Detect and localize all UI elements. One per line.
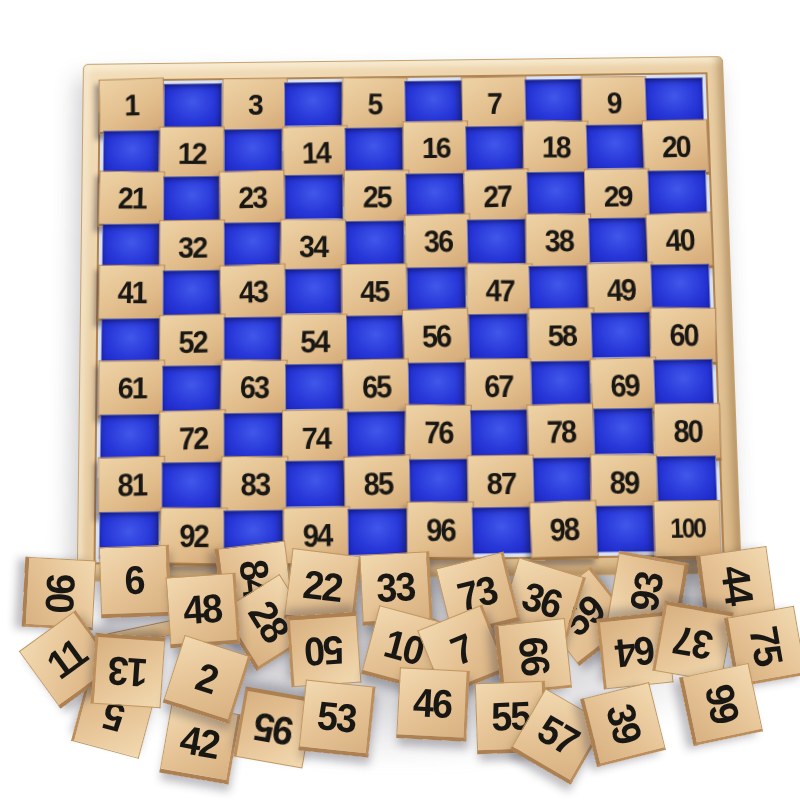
board-cell-r4c2: 32 — [163, 223, 222, 269]
tile-number-label: 7 — [487, 88, 502, 118]
board-cell-r10c10: 100 — [658, 504, 720, 552]
tile-number-label: 85 — [363, 467, 392, 500]
board-cell-r7c4 — [285, 363, 345, 410]
tile-number-label: 52 — [178, 326, 206, 358]
board-cell-r8c4: 74 — [285, 412, 345, 459]
tile-number-label: 41 — [117, 277, 146, 308]
board-cell-r9c3: 83 — [223, 461, 283, 508]
board-cell-r6c10: 60 — [652, 311, 713, 357]
board-cell-r6c1 — [101, 318, 161, 364]
tile-number-label: 3 — [248, 89, 262, 119]
tile-number-label: 58 — [547, 320, 576, 351]
tile-number-label: 80 — [673, 415, 702, 447]
board-cell-r4c7 — [467, 219, 527, 265]
tile-number-label: 43 — [238, 276, 267, 308]
tile-number-label: 39 — [600, 700, 648, 747]
tile-number-label: 89 — [609, 466, 638, 498]
board-cell-r9c7: 87 — [471, 458, 532, 505]
tile-number-label: 21 — [117, 183, 146, 214]
tile-number-label: 5 — [368, 89, 382, 119]
tile-number-label: 83 — [240, 468, 269, 500]
loose-tile-48[interactable]: 48 — [166, 573, 241, 649]
board-cell-r6c2: 52 — [162, 317, 221, 363]
board-cell-r5c5: 45 — [346, 267, 405, 313]
number-tile-87[interactable]: 87 — [467, 454, 535, 513]
board-cell-r1c1: 1 — [103, 84, 162, 129]
board-cell-r7c3: 63 — [224, 364, 284, 411]
tile-number-label: 81 — [117, 468, 146, 501]
tile-number-label: 53 — [315, 695, 357, 739]
board-cell-r5c6 — [407, 267, 467, 313]
board-cell-r8c7 — [470, 409, 531, 456]
board-cell-r2c5 — [345, 127, 404, 172]
tile-number-label: 13 — [109, 651, 150, 694]
tile-number-label: 98 — [549, 513, 579, 546]
number-tile-40[interactable]: 40 — [645, 212, 714, 270]
number-tile-100[interactable]: 100 — [653, 500, 722, 560]
board-cell-r5c2 — [162, 270, 221, 316]
board-cell-r5c7: 47 — [467, 266, 527, 312]
number-tile-25[interactable]: 25 — [344, 170, 410, 226]
board-cell-r3c4 — [284, 174, 343, 219]
tile-number-label: 95 — [253, 706, 297, 752]
board-cell-r10c8: 98 — [534, 506, 595, 554]
number-tile-43[interactable]: 43 — [219, 263, 286, 322]
tile-number-label: 40 — [665, 224, 695, 256]
board-cell-r9c4 — [285, 460, 345, 507]
board-cell-r2c7 — [465, 126, 524, 171]
board-cell-r8c1 — [100, 414, 160, 461]
tile-number-label: 54 — [300, 326, 328, 357]
board-cell-r6c7 — [468, 313, 528, 359]
number-tile-52[interactable]: 52 — [159, 314, 226, 373]
board-cell-r8c9 — [593, 408, 654, 455]
tile-number-label: 61 — [117, 372, 146, 404]
tile-number-label: 66 — [513, 634, 557, 676]
board-cell-r1c2 — [164, 83, 222, 128]
board-cell-r3c5: 25 — [345, 174, 404, 219]
tile-number-label: 33 — [375, 566, 415, 608]
board-cell-r1c3: 3 — [224, 82, 282, 127]
number-tile-63[interactable]: 63 — [220, 359, 288, 417]
tile-number-label: 76 — [424, 416, 453, 448]
tile-number-label: 29 — [603, 180, 632, 211]
number-tile-9[interactable]: 9 — [581, 76, 647, 131]
board-cell-r9c1: 81 — [99, 462, 159, 509]
tile-number-label: 48 — [182, 588, 223, 631]
board-cell-r3c6 — [405, 173, 464, 218]
board-cell-r2c3 — [224, 129, 283, 174]
tile-number-label: 56 — [421, 320, 450, 352]
tile-number-label: 6 — [124, 560, 144, 601]
board-cell-r6c6: 56 — [407, 314, 467, 360]
number-tile-45[interactable]: 45 — [341, 263, 408, 321]
board-cell-r6c3 — [224, 316, 283, 362]
board-cell-r9c8 — [533, 457, 594, 504]
board-cell-r7c2 — [162, 365, 222, 412]
board-cell-r4c5 — [345, 220, 404, 266]
number-tile-98[interactable]: 98 — [529, 500, 599, 561]
hundred-board-grid: 1357912141618202123252729323436384041434… — [93, 72, 724, 564]
tile-number-label: 12 — [177, 138, 205, 168]
board-cell-r7c7: 67 — [469, 361, 529, 408]
board-cell-r7c10 — [653, 359, 714, 406]
tile-number-label: 50 — [305, 630, 346, 673]
loose-tile-99[interactable]: 99 — [679, 663, 763, 746]
board-cell-r3c8 — [526, 171, 586, 216]
number-tile-21[interactable]: 21 — [98, 171, 165, 228]
tile-number-label: 34 — [299, 231, 327, 262]
board-cell-r6c4: 54 — [285, 316, 344, 362]
number-tile-32[interactable]: 32 — [159, 219, 225, 276]
tile-number-label: 65 — [361, 371, 390, 403]
board-cell-r9c9: 89 — [594, 456, 655, 503]
board-cell-r4c1 — [102, 223, 161, 269]
board-cell-r5c10 — [650, 264, 710, 310]
board-cell-r2c4: 14 — [284, 128, 343, 173]
tile-number-label: 74 — [301, 422, 330, 454]
tile-number-label: 23 — [238, 182, 266, 213]
loose-tile-53[interactable]: 53 — [298, 680, 375, 758]
number-tile-76[interactable]: 76 — [404, 404, 471, 463]
number-tile-58[interactable]: 58 — [528, 307, 596, 365]
board-cell-r2c2: 12 — [163, 129, 222, 174]
board-cell-r7c8 — [530, 360, 591, 407]
board-cell-r3c1: 21 — [102, 177, 161, 222]
number-tile-65[interactable]: 65 — [342, 358, 410, 417]
board-cell-r6c9 — [591, 312, 651, 358]
tile-number-label: 78 — [546, 415, 575, 447]
tile-number-label: 36 — [517, 575, 565, 624]
tile-number-label: 72 — [178, 422, 207, 455]
tile-number-label: 100 — [669, 515, 705, 542]
number-tile-78[interactable]: 78 — [526, 403, 595, 462]
number-tile-56[interactable]: 56 — [402, 307, 470, 366]
board-cell-r4c10: 40 — [649, 217, 709, 263]
tile-number-label: 57 — [531, 708, 584, 762]
board-cell-r1c4 — [284, 82, 342, 127]
board-cell-r4c6: 36 — [406, 220, 465, 266]
board-cell-r2c10: 20 — [646, 123, 706, 168]
tile-number-label: 25 — [363, 181, 391, 212]
number-tile-80[interactable]: 80 — [653, 403, 721, 461]
loose-tile-13[interactable]: 13 — [91, 633, 166, 709]
board-cell-r7c6 — [408, 362, 468, 409]
loose-tile-6[interactable]: 6 — [99, 545, 171, 618]
tile-number-label: 49 — [606, 274, 635, 306]
board-cell-r8c5 — [347, 411, 407, 458]
number-tile-41[interactable]: 41 — [98, 265, 165, 322]
board-cell-r10c9 — [596, 505, 657, 553]
tile-number-label: 11 — [40, 632, 93, 686]
board-cell-r3c9: 29 — [587, 171, 647, 216]
board-cell-r2c6: 16 — [405, 126, 464, 171]
tile-number-label: 45 — [360, 275, 388, 306]
board-cell-r5c1: 41 — [101, 270, 160, 316]
number-tile-27[interactable]: 27 — [463, 168, 531, 226]
number-tile-1[interactable]: 1 — [99, 77, 165, 134]
number-tile-16[interactable]: 16 — [403, 120, 469, 176]
board-cell-r1c6 — [404, 80, 463, 125]
tile-number-label: 7 — [445, 627, 478, 671]
tile-number-label: 20 — [661, 131, 690, 162]
board-cell-r10c6: 96 — [410, 507, 471, 555]
loose-tile-50[interactable]: 50 — [287, 612, 362, 688]
board-cell-r2c9 — [586, 124, 646, 169]
tile-number-label: 60 — [669, 319, 698, 350]
board-cell-r9c6 — [409, 458, 470, 505]
board-cell-r8c6: 76 — [408, 410, 468, 457]
number-tile-81[interactable]: 81 — [98, 456, 165, 516]
tile-number-label: 47 — [485, 275, 513, 306]
tile-number-label: 42 — [177, 719, 221, 765]
number-tile-12[interactable]: 12 — [158, 126, 224, 182]
number-tile-47[interactable]: 47 — [466, 263, 532, 320]
board-cell-r10c7 — [472, 507, 533, 555]
board-cell-r4c8: 38 — [527, 218, 587, 264]
board-cell-r9c5: 85 — [347, 459, 407, 506]
board-cell-r1c7: 7 — [464, 79, 523, 124]
board-cell-r1c9: 9 — [585, 78, 644, 123]
board-cell-r4c9 — [588, 217, 648, 263]
tile-number-label: 27 — [482, 180, 511, 211]
tile-number-label: 99 — [699, 680, 746, 726]
board-cell-r3c7: 27 — [466, 172, 525, 217]
board-cell-r10c5 — [347, 508, 408, 556]
number-tile-20[interactable]: 20 — [642, 119, 710, 176]
tile-number-label: 67 — [484, 370, 513, 401]
tile-number-label: 94 — [302, 519, 331, 552]
tile-number-label: 16 — [421, 132, 449, 163]
number-tile-67[interactable]: 67 — [465, 358, 532, 416]
number-tile-23[interactable]: 23 — [219, 170, 285, 227]
board-cell-r7c5: 65 — [346, 363, 406, 410]
board-cell-r9c2 — [161, 462, 221, 509]
board-cell-r3c10 — [647, 170, 707, 215]
tile-number-label: 87 — [486, 467, 515, 499]
number-tile-3[interactable]: 3 — [222, 77, 287, 133]
board-cell-r5c3: 43 — [224, 269, 283, 315]
number-tile-54[interactable]: 54 — [281, 314, 348, 371]
loose-tile-90[interactable]: 90 — [22, 557, 97, 631]
number-tile-85[interactable]: 85 — [343, 454, 412, 515]
board-cell-r3c3: 23 — [224, 175, 283, 220]
tile-number-label: 2 — [191, 656, 221, 700]
number-tile-18[interactable]: 18 — [523, 120, 589, 176]
board-cell-r1c5: 5 — [344, 81, 403, 126]
tile-number-label: 32 — [178, 231, 206, 262]
board-cell-r2c1 — [103, 130, 162, 175]
board-cell-r8c3 — [223, 412, 283, 459]
number-tile-60[interactable]: 60 — [650, 307, 717, 365]
tile-number-label: 1 — [124, 90, 138, 121]
board-cell-r4c4: 34 — [285, 221, 344, 267]
hundred-board-frame: 1357912141618202123252729323436384041434… — [77, 56, 742, 582]
board-cell-r7c1: 61 — [100, 366, 160, 413]
tile-number-label: 18 — [542, 132, 570, 163]
board-cell-r5c8 — [528, 265, 588, 311]
tile-number-label: 37 — [672, 620, 716, 666]
tile-number-label: 63 — [239, 371, 268, 403]
tile-number-label: 22 — [301, 564, 344, 608]
number-tile-38[interactable]: 38 — [525, 213, 592, 269]
board-cell-r1c10 — [645, 77, 705, 122]
tile-number-label: 96 — [426, 514, 455, 546]
board-cell-r1c8 — [524, 79, 583, 124]
loose-tile-46[interactable]: 46 — [396, 667, 470, 742]
board-cell-r5c9: 49 — [589, 264, 649, 310]
tile-number-label: 75 — [743, 623, 789, 667]
tile-number-label: 90 — [40, 573, 82, 613]
number-tile-61[interactable]: 61 — [98, 360, 165, 418]
board-cell-r5c4 — [285, 268, 344, 314]
number-tile-5[interactable]: 5 — [342, 77, 408, 133]
board-cell-r3c2 — [163, 176, 222, 221]
tile-number-label: 38 — [544, 225, 572, 256]
board-cell-r2c8: 18 — [525, 125, 584, 170]
number-tile-72[interactable]: 72 — [159, 409, 227, 469]
board-cell-r6c8: 58 — [529, 313, 589, 359]
board-cell-r10c2: 92 — [161, 510, 221, 558]
tile-number-label: 46 — [412, 682, 452, 724]
tile-number-label: 14 — [301, 137, 330, 168]
tile-number-label: 9 — [607, 88, 621, 118]
scene: 1357912141618202123252729323436384041434… — [0, 0, 800, 800]
number-tile-7[interactable]: 7 — [461, 76, 528, 133]
board-cell-r8c10: 80 — [655, 407, 716, 454]
tile-number-label: 44 — [715, 563, 760, 606]
tile-number-label: 69 — [609, 369, 639, 401]
board-cell-r8c8: 78 — [532, 408, 593, 455]
tile-number-label: 36 — [423, 225, 452, 256]
board-cell-r4c3 — [224, 222, 283, 268]
board-cell-r6c5 — [346, 315, 406, 361]
number-tile-36[interactable]: 36 — [404, 213, 471, 271]
number-tile-83[interactable]: 83 — [221, 456, 289, 515]
board-cell-r8c2: 72 — [162, 413, 222, 460]
tile-number-label: 64 — [615, 630, 657, 674]
tile-number-label: 92 — [179, 520, 208, 552]
board-cell-r9c10 — [656, 455, 717, 502]
board-cell-r7c9: 69 — [592, 360, 653, 407]
